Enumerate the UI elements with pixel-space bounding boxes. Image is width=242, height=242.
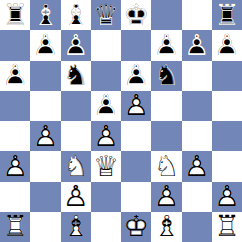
white-pawn-icon-outline: ♙ [30,121,60,151]
white-pawn-icon-outline: ♙ [0,151,30,181]
square-b7[interactable]: ♟♙ [30,30,60,60]
square-d1[interactable] [91,212,121,242]
square-c8[interactable]: ♝♗ [61,0,91,30]
square-h5[interactable] [212,91,242,121]
square-a4[interactable] [0,121,30,151]
black-pawn-icon: ♟♙ [151,30,181,60]
white-knight-icon-outline: ♘ [151,151,181,181]
black-bishop-icon: ♝♗ [61,0,91,30]
black-queen-icon-outline: ♕ [91,0,121,30]
square-g8[interactable] [182,0,212,30]
black-bishop-icon: ♝♗ [30,0,60,30]
black-pawn-icon-outline: ♙ [61,30,91,60]
black-pawn-icon-outline: ♙ [212,30,242,60]
square-b3[interactable] [30,151,60,181]
square-b4[interactable]: ♟♙ [30,121,60,151]
square-g3[interactable]: ♟♙ [182,151,212,181]
square-e1[interactable]: ♚♔ [121,212,151,242]
black-bishop-icon-outline: ♗ [30,0,60,30]
square-a6[interactable]: ♟♙ [0,61,30,91]
chess-board-container: ♜♖♝♗♝♗♛♕♚♔♜♖♟♙♟♙♟♙♟♙♟♙♟♙♞♘♟♙♞♘♟♙♟♙♟♙♟♙♟♙… [0,0,242,242]
white-bishop-icon: ♝♗ [61,212,91,242]
white-king-icon-outline: ♔ [121,212,151,242]
black-pawn-icon: ♟♙ [182,30,212,60]
square-b6[interactable] [30,61,60,91]
square-e6[interactable]: ♟♙ [121,61,151,91]
white-pawn-icon-outline: ♙ [182,151,212,181]
square-e8[interactable]: ♚♔ [121,0,151,30]
square-e2[interactable] [121,182,151,212]
white-bishop-icon: ♝♗ [151,212,181,242]
square-f4[interactable] [151,121,181,151]
square-b1[interactable] [30,212,60,242]
white-queen-icon-outline: ♕ [91,151,121,181]
square-h6[interactable] [212,61,242,91]
white-pawn-icon: ♟♙ [91,121,121,151]
square-d6[interactable] [91,61,121,91]
square-g1[interactable] [182,212,212,242]
square-d3[interactable]: ♛♕ [91,151,121,181]
square-a1[interactable]: ♜♖ [0,212,30,242]
white-knight-icon: ♞♘ [151,151,181,181]
black-pawn-icon: ♟♙ [91,91,121,121]
square-a5[interactable] [0,91,30,121]
black-knight-icon: ♞♘ [61,61,91,91]
square-f8[interactable] [151,0,181,30]
white-rook-icon-outline: ♖ [0,212,30,242]
square-d4[interactable]: ♟♙ [91,121,121,151]
black-pawn-icon-outline: ♙ [182,30,212,60]
square-d7[interactable] [91,30,121,60]
square-c6[interactable]: ♞♘ [61,61,91,91]
square-a3[interactable]: ♟♙ [0,151,30,181]
square-d2[interactable] [91,182,121,212]
square-c7[interactable]: ♟♙ [61,30,91,60]
black-king-icon: ♚♔ [121,0,151,30]
black-knight-icon-outline: ♘ [151,61,181,91]
white-pawn-icon: ♟♙ [182,151,212,181]
square-f2[interactable]: ♟♙ [151,182,181,212]
black-pawn-icon-outline: ♙ [30,30,60,60]
chess-board: ♜♖♝♗♝♗♛♕♚♔♜♖♟♙♟♙♟♙♟♙♟♙♟♙♞♘♟♙♞♘♟♙♟♙♟♙♟♙♟♙… [0,0,242,242]
square-c3[interactable]: ♞♘ [61,151,91,181]
square-a7[interactable] [0,30,30,60]
white-bishop-icon-outline: ♗ [61,212,91,242]
square-h3[interactable] [212,151,242,181]
white-pawn-icon: ♟♙ [0,151,30,181]
square-h4[interactable] [212,121,242,151]
square-h8[interactable]: ♜♖ [212,0,242,30]
square-e4[interactable] [121,121,151,151]
square-f7[interactable]: ♟♙ [151,30,181,60]
square-g4[interactable] [182,121,212,151]
white-king-icon: ♚♔ [121,212,151,242]
white-rook-icon: ♜♖ [0,212,30,242]
black-bishop-icon-outline: ♗ [61,0,91,30]
square-b2[interactable] [30,182,60,212]
black-rook-icon: ♜♖ [0,0,30,30]
white-pawn-icon: ♟♙ [121,91,151,121]
white-rook-icon-outline: ♖ [212,212,242,242]
white-knight-icon-outline: ♘ [61,151,91,181]
black-knight-icon-outline: ♘ [61,61,91,91]
black-pawn-icon-outline: ♙ [121,61,151,91]
white-pawn-icon-outline: ♙ [61,182,91,212]
black-knight-icon: ♞♘ [151,61,181,91]
square-h1[interactable]: ♜♖ [212,212,242,242]
white-pawn-icon-outline: ♙ [91,121,121,151]
white-bishop-icon-outline: ♗ [151,212,181,242]
square-f1[interactable]: ♝♗ [151,212,181,242]
white-pawn-icon-outline: ♙ [212,182,242,212]
square-g5[interactable] [182,91,212,121]
black-pawn-icon-outline: ♙ [0,61,30,91]
square-c4[interactable] [61,121,91,151]
square-f3[interactable]: ♞♘ [151,151,181,181]
white-pawn-icon: ♟♙ [61,182,91,212]
white-pawn-icon: ♟♙ [212,182,242,212]
square-c1[interactable]: ♝♗ [61,212,91,242]
square-e3[interactable] [121,151,151,181]
square-h7[interactable]: ♟♙ [212,30,242,60]
black-rook-icon-outline: ♖ [212,0,242,30]
white-pawn-icon-outline: ♙ [121,91,151,121]
square-h2[interactable]: ♟♙ [212,182,242,212]
black-queen-icon: ♛♕ [91,0,121,30]
black-rook-icon-outline: ♖ [0,0,30,30]
white-pawn-icon: ♟♙ [30,121,60,151]
square-a2[interactable] [0,182,30,212]
white-pawn-icon-outline: ♙ [151,182,181,212]
square-c2[interactable]: ♟♙ [61,182,91,212]
black-pawn-icon: ♟♙ [61,30,91,60]
square-d5[interactable]: ♟♙ [91,91,121,121]
square-g7[interactable]: ♟♙ [182,30,212,60]
black-pawn-icon-outline: ♙ [151,30,181,60]
white-knight-icon: ♞♘ [61,151,91,181]
black-pawn-icon-outline: ♙ [91,91,121,121]
square-g2[interactable] [182,182,212,212]
black-pawn-icon: ♟♙ [212,30,242,60]
black-rook-icon: ♜♖ [212,0,242,30]
black-pawn-icon: ♟♙ [121,61,151,91]
white-queen-icon: ♛♕ [91,151,121,181]
black-king-icon-outline: ♔ [121,0,151,30]
white-pawn-icon: ♟♙ [151,182,181,212]
black-pawn-icon: ♟♙ [30,30,60,60]
square-b8[interactable]: ♝♗ [30,0,60,30]
square-d8[interactable]: ♛♕ [91,0,121,30]
square-b5[interactable] [30,91,60,121]
square-a8[interactable]: ♜♖ [0,0,30,30]
square-f5[interactable] [151,91,181,121]
square-e7[interactable] [121,30,151,60]
square-g6[interactable] [182,61,212,91]
square-c5[interactable] [61,91,91,121]
square-e5[interactable]: ♟♙ [121,91,151,121]
square-f6[interactable]: ♞♘ [151,61,181,91]
white-rook-icon: ♜♖ [212,212,242,242]
black-pawn-icon: ♟♙ [0,61,30,91]
